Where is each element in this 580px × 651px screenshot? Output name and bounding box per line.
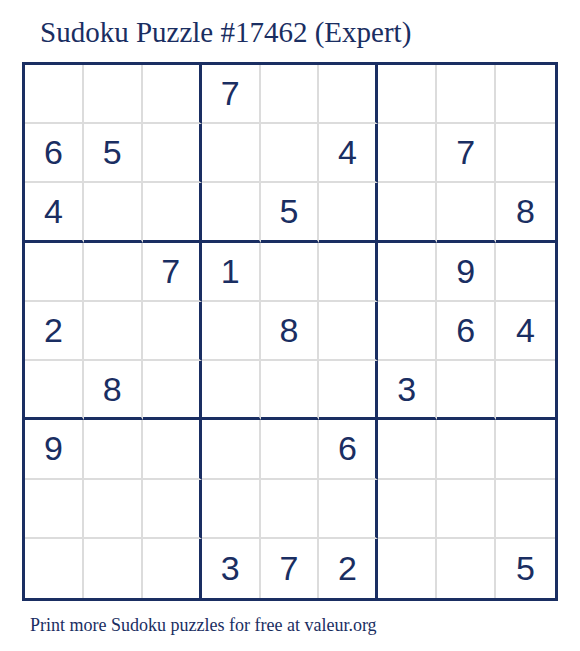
cell-r1c4[interactable]: 7 <box>202 65 261 124</box>
cell-r8c8[interactable] <box>437 480 496 539</box>
cell-r1c7[interactable] <box>378 65 437 124</box>
cell-r8c6[interactable] <box>319 480 378 539</box>
cell-r8c4[interactable] <box>202 480 261 539</box>
cell-r2c9[interactable] <box>496 124 555 183</box>
page-title: Sudoku Puzzle #17462 (Expert) <box>40 16 411 49</box>
cell-r7c3[interactable] <box>143 420 202 479</box>
cell-r4c9[interactable] <box>496 243 555 302</box>
cell-r4c7[interactable] <box>378 243 437 302</box>
cell-r2c6[interactable]: 4 <box>319 124 378 183</box>
cell-r3c1[interactable]: 4 <box>25 183 84 242</box>
sudoku-board: 76547458719286483963725 <box>22 62 558 601</box>
cell-r7c9[interactable] <box>496 420 555 479</box>
cell-r3c3[interactable] <box>143 183 202 242</box>
cell-r5c1[interactable]: 2 <box>25 302 84 361</box>
cell-r2c5[interactable] <box>261 124 320 183</box>
cell-r6c6[interactable] <box>319 361 378 420</box>
cell-r3c6[interactable] <box>319 183 378 242</box>
cell-r7c4[interactable] <box>202 420 261 479</box>
cell-r1c6[interactable] <box>319 65 378 124</box>
cell-r3c4[interactable] <box>202 183 261 242</box>
cell-r1c5[interactable] <box>261 65 320 124</box>
cell-r5c3[interactable] <box>143 302 202 361</box>
cell-r9c4[interactable]: 3 <box>202 539 261 598</box>
cell-r2c2[interactable]: 5 <box>84 124 143 183</box>
cell-r9c3[interactable] <box>143 539 202 598</box>
cell-r6c8[interactable] <box>437 361 496 420</box>
cell-r4c1[interactable] <box>25 243 84 302</box>
cell-r1c3[interactable] <box>143 65 202 124</box>
cell-r3c2[interactable] <box>84 183 143 242</box>
cell-r9c9[interactable]: 5 <box>496 539 555 598</box>
cell-r5c4[interactable] <box>202 302 261 361</box>
cell-r1c9[interactable] <box>496 65 555 124</box>
cell-r3c9[interactable]: 8 <box>496 183 555 242</box>
cell-r2c8[interactable]: 7 <box>437 124 496 183</box>
cell-r3c7[interactable] <box>378 183 437 242</box>
cell-r7c6[interactable]: 6 <box>319 420 378 479</box>
cell-r7c7[interactable] <box>378 420 437 479</box>
cell-r4c5[interactable] <box>261 243 320 302</box>
cell-r4c8[interactable]: 9 <box>437 243 496 302</box>
cell-r7c2[interactable] <box>84 420 143 479</box>
cell-r6c3[interactable] <box>143 361 202 420</box>
cell-r5c8[interactable]: 6 <box>437 302 496 361</box>
cell-r6c4[interactable] <box>202 361 261 420</box>
cell-r9c2[interactable] <box>84 539 143 598</box>
cell-r7c8[interactable] <box>437 420 496 479</box>
cell-r5c6[interactable] <box>319 302 378 361</box>
cell-r5c2[interactable] <box>84 302 143 361</box>
cell-r3c5[interactable]: 5 <box>261 183 320 242</box>
cell-r1c1[interactable] <box>25 65 84 124</box>
cell-r4c6[interactable] <box>319 243 378 302</box>
cell-r2c1[interactable]: 6 <box>25 124 84 183</box>
cell-r5c7[interactable] <box>378 302 437 361</box>
cell-r8c1[interactable] <box>25 480 84 539</box>
cell-r8c2[interactable] <box>84 480 143 539</box>
cell-r2c4[interactable] <box>202 124 261 183</box>
cell-r3c8[interactable] <box>437 183 496 242</box>
cell-r9c7[interactable] <box>378 539 437 598</box>
cell-r8c3[interactable] <box>143 480 202 539</box>
cell-r9c1[interactable] <box>25 539 84 598</box>
cell-r6c1[interactable] <box>25 361 84 420</box>
cell-r6c9[interactable] <box>496 361 555 420</box>
cell-r4c3[interactable]: 7 <box>143 243 202 302</box>
cell-r6c7[interactable]: 3 <box>378 361 437 420</box>
cell-r8c9[interactable] <box>496 480 555 539</box>
cell-r7c1[interactable]: 9 <box>25 420 84 479</box>
cell-r4c2[interactable] <box>84 243 143 302</box>
cell-r5c9[interactable]: 4 <box>496 302 555 361</box>
cell-r9c5[interactable]: 7 <box>261 539 320 598</box>
cell-r1c2[interactable] <box>84 65 143 124</box>
footer-text: Print more Sudoku puzzles for free at va… <box>30 615 377 636</box>
cell-r8c5[interactable] <box>261 480 320 539</box>
cell-r6c5[interactable] <box>261 361 320 420</box>
cell-r9c6[interactable]: 2 <box>319 539 378 598</box>
cell-r4c4[interactable]: 1 <box>202 243 261 302</box>
cell-r2c7[interactable] <box>378 124 437 183</box>
cell-r1c8[interactable] <box>437 65 496 124</box>
cell-r6c2[interactable]: 8 <box>84 361 143 420</box>
cell-r5c5[interactable]: 8 <box>261 302 320 361</box>
cell-r9c8[interactable] <box>437 539 496 598</box>
cell-r8c7[interactable] <box>378 480 437 539</box>
cell-r7c5[interactable] <box>261 420 320 479</box>
cell-r2c3[interactable] <box>143 124 202 183</box>
